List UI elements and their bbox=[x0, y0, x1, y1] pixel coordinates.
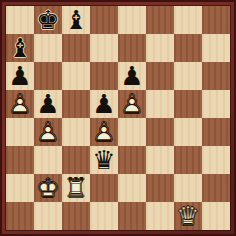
square-f2[interactable] bbox=[146, 174, 174, 202]
square-g6[interactable] bbox=[174, 62, 202, 90]
piece-black-pawn[interactable]: ♟ bbox=[34, 90, 62, 118]
square-c5[interactable] bbox=[62, 90, 90, 118]
square-d4[interactable]: ♟♙ bbox=[90, 118, 118, 146]
square-b6[interactable] bbox=[34, 62, 62, 90]
square-g7[interactable] bbox=[174, 34, 202, 62]
square-a3[interactable] bbox=[6, 146, 34, 174]
square-e6[interactable]: ♟ bbox=[118, 62, 146, 90]
white-rook-outline-icon: ♖ bbox=[62, 174, 90, 202]
black-pawn-icon: ♟ bbox=[118, 62, 146, 90]
square-a5[interactable]: ♟♙ bbox=[6, 90, 34, 118]
piece-black-bishop[interactable]: ♝ bbox=[6, 34, 34, 62]
black-bishop-icon: ♝ bbox=[62, 6, 90, 34]
square-f3[interactable] bbox=[146, 146, 174, 174]
square-a2[interactable] bbox=[6, 174, 34, 202]
square-c4[interactable] bbox=[62, 118, 90, 146]
white-pawn-outline-icon: ♙ bbox=[90, 118, 118, 146]
square-b1[interactable] bbox=[34, 202, 62, 230]
square-g4[interactable] bbox=[174, 118, 202, 146]
square-e4[interactable] bbox=[118, 118, 146, 146]
square-a6[interactable]: ♟ bbox=[6, 62, 34, 90]
square-d8[interactable] bbox=[90, 6, 118, 34]
black-pawn-icon: ♟ bbox=[34, 90, 62, 118]
square-e3[interactable] bbox=[118, 146, 146, 174]
square-h3[interactable] bbox=[202, 146, 230, 174]
black-pawn-icon: ♟ bbox=[6, 62, 34, 90]
square-b2[interactable]: ♚♔ bbox=[34, 174, 62, 202]
black-bishop-icon: ♝ bbox=[6, 34, 34, 62]
piece-white-pawn[interactable]: ♟♙ bbox=[90, 118, 118, 146]
square-e7[interactable] bbox=[118, 34, 146, 62]
square-h5[interactable] bbox=[202, 90, 230, 118]
square-c7[interactable] bbox=[62, 34, 90, 62]
square-f6[interactable] bbox=[146, 62, 174, 90]
square-d3[interactable]: ♛ bbox=[90, 146, 118, 174]
piece-black-king[interactable]: ♚ bbox=[34, 6, 62, 34]
square-f8[interactable] bbox=[146, 6, 174, 34]
square-d1[interactable] bbox=[90, 202, 118, 230]
piece-black-queen[interactable]: ♛ bbox=[90, 146, 118, 174]
square-g2[interactable] bbox=[174, 174, 202, 202]
square-b7[interactable] bbox=[34, 34, 62, 62]
piece-white-pawn[interactable]: ♟♙ bbox=[118, 90, 146, 118]
square-g5[interactable] bbox=[174, 90, 202, 118]
black-king-icon: ♚ bbox=[34, 6, 62, 34]
square-b5[interactable]: ♟ bbox=[34, 90, 62, 118]
white-queen-outline-icon: ♕ bbox=[174, 202, 202, 230]
square-a1[interactable] bbox=[6, 202, 34, 230]
white-pawn-outline-icon: ♙ bbox=[6, 90, 34, 118]
square-e5[interactable]: ♟♙ bbox=[118, 90, 146, 118]
chess-board: ♚♝♝♟♟♟♙♟♟♟♙♟♙♟♙♛♚♔♜♖♛♕ bbox=[6, 6, 230, 230]
square-f7[interactable] bbox=[146, 34, 174, 62]
square-f1[interactable] bbox=[146, 202, 174, 230]
piece-black-bishop[interactable]: ♝ bbox=[62, 6, 90, 34]
piece-white-rook[interactable]: ♜♖ bbox=[62, 174, 90, 202]
piece-black-pawn[interactable]: ♟ bbox=[90, 90, 118, 118]
piece-white-pawn[interactable]: ♟♙ bbox=[6, 90, 34, 118]
square-h2[interactable] bbox=[202, 174, 230, 202]
square-d2[interactable] bbox=[90, 174, 118, 202]
piece-black-pawn[interactable]: ♟ bbox=[118, 62, 146, 90]
square-e2[interactable] bbox=[118, 174, 146, 202]
square-g8[interactable] bbox=[174, 6, 202, 34]
piece-white-king[interactable]: ♚♔ bbox=[34, 174, 62, 202]
board-frame: ♚♝♝♟♟♟♙♟♟♟♙♟♙♟♙♛♚♔♜♖♛♕ bbox=[0, 0, 236, 236]
square-b8[interactable]: ♚ bbox=[34, 6, 62, 34]
square-c3[interactable] bbox=[62, 146, 90, 174]
square-f4[interactable] bbox=[146, 118, 174, 146]
square-h1[interactable] bbox=[202, 202, 230, 230]
square-c8[interactable]: ♝ bbox=[62, 6, 90, 34]
square-h6[interactable] bbox=[202, 62, 230, 90]
square-g1[interactable]: ♛♕ bbox=[174, 202, 202, 230]
square-e1[interactable] bbox=[118, 202, 146, 230]
square-b4[interactable]: ♟♙ bbox=[34, 118, 62, 146]
square-d5[interactable]: ♟ bbox=[90, 90, 118, 118]
square-a8[interactable] bbox=[6, 6, 34, 34]
square-c6[interactable] bbox=[62, 62, 90, 90]
white-king-outline-icon: ♔ bbox=[34, 174, 62, 202]
white-pawn-outline-icon: ♙ bbox=[34, 118, 62, 146]
square-g3[interactable] bbox=[174, 146, 202, 174]
square-c1[interactable] bbox=[62, 202, 90, 230]
black-pawn-icon: ♟ bbox=[90, 90, 118, 118]
square-e8[interactable] bbox=[118, 6, 146, 34]
white-pawn-outline-icon: ♙ bbox=[118, 90, 146, 118]
square-b3[interactable] bbox=[34, 146, 62, 174]
square-h4[interactable] bbox=[202, 118, 230, 146]
square-a7[interactable]: ♝ bbox=[6, 34, 34, 62]
square-d7[interactable] bbox=[90, 34, 118, 62]
square-h7[interactable] bbox=[202, 34, 230, 62]
square-a4[interactable] bbox=[6, 118, 34, 146]
square-c2[interactable]: ♜♖ bbox=[62, 174, 90, 202]
piece-white-pawn[interactable]: ♟♙ bbox=[34, 118, 62, 146]
square-h8[interactable] bbox=[202, 6, 230, 34]
square-f5[interactable] bbox=[146, 90, 174, 118]
piece-white-queen[interactable]: ♛♕ bbox=[174, 202, 202, 230]
square-d6[interactable] bbox=[90, 62, 118, 90]
black-queen-icon: ♛ bbox=[90, 146, 118, 174]
piece-black-pawn[interactable]: ♟ bbox=[6, 62, 34, 90]
